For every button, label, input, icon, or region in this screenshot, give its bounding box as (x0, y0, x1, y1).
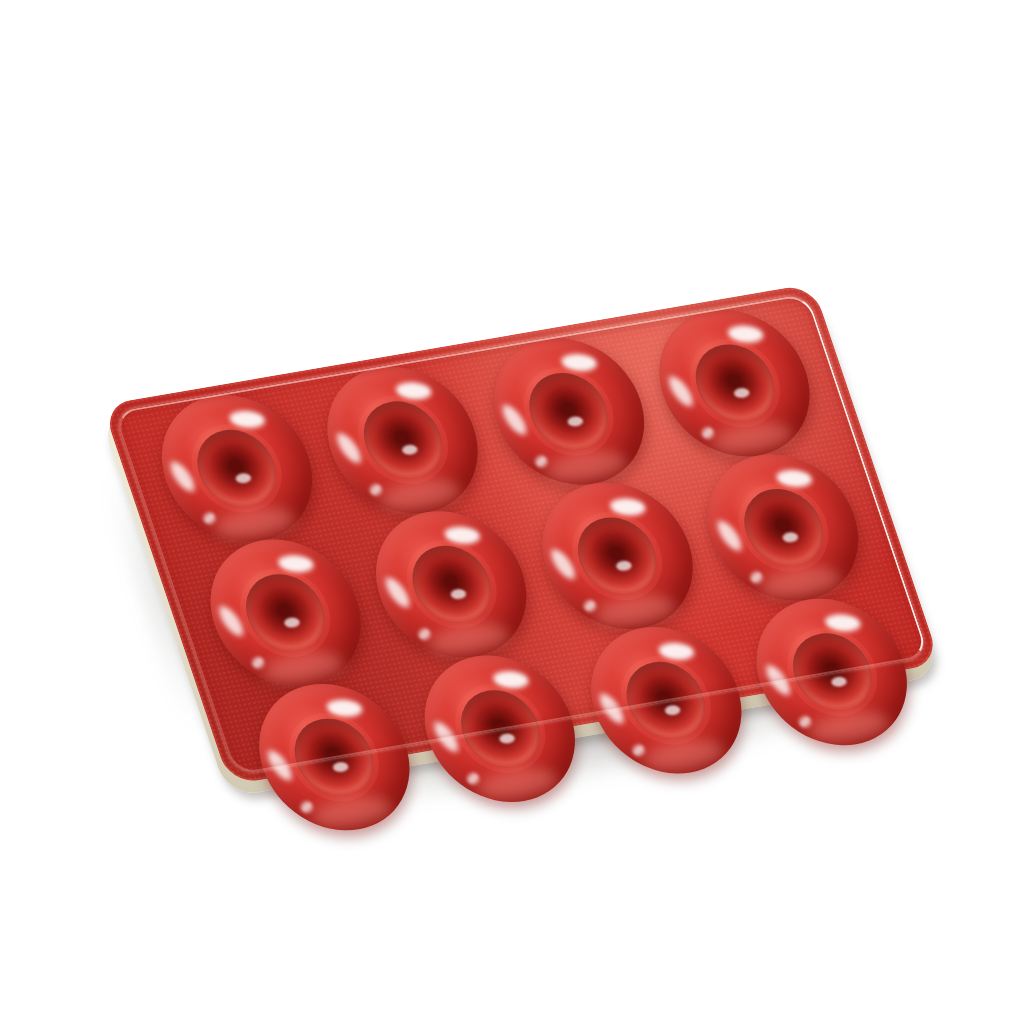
specular-highlight (609, 497, 646, 516)
hole-glint-highlight (732, 387, 750, 399)
hole-glint-highlight (566, 416, 584, 428)
specular-highlight (561, 353, 598, 372)
specular-highlight (762, 662, 795, 698)
specular-highlight (533, 454, 550, 470)
specular-highlight (395, 381, 432, 400)
hole-glint-highlight (615, 560, 633, 572)
hole-glint-highlight (498, 733, 516, 745)
specular-highlight (748, 570, 765, 586)
hole-glint-highlight (449, 589, 467, 601)
mold-crater (519, 368, 618, 456)
hole-glint-highlight (664, 705, 682, 717)
mold-grid (130, 297, 913, 764)
hole-glint-highlight (781, 532, 799, 544)
specular-highlight (699, 425, 716, 441)
specular-highlight (596, 690, 629, 726)
mold-dome (688, 443, 879, 612)
mold-crater (236, 569, 335, 657)
mold-crater (450, 685, 549, 773)
donut-pan (102, 283, 941, 785)
specular-highlight (326, 698, 363, 717)
hole-glint-highlight (830, 676, 848, 688)
specular-highlight (166, 458, 199, 494)
hole-glint-highlight (400, 444, 418, 456)
mold-crater (782, 628, 881, 716)
specular-highlight (796, 714, 813, 730)
specular-highlight (664, 373, 697, 409)
mold-dome (737, 588, 928, 757)
specular-highlight (492, 670, 529, 689)
specular-highlight (215, 603, 248, 639)
mold-crater (187, 424, 286, 512)
specular-highlight (201, 510, 218, 526)
specular-highlight (639, 734, 729, 776)
specular-highlight (367, 482, 384, 498)
mold-crater (353, 396, 452, 484)
specular-highlight (498, 401, 531, 437)
mold-dome (522, 472, 713, 641)
mold-dome (405, 644, 596, 813)
mold-crater (734, 484, 833, 572)
specular-highlight (298, 799, 315, 815)
specular-highlight (658, 642, 695, 661)
mold-crater (685, 339, 784, 427)
specular-highlight (727, 324, 764, 343)
mold-dome (239, 673, 430, 842)
specular-highlight (464, 771, 481, 787)
mold-dome (639, 299, 830, 468)
specular-highlight (775, 469, 812, 488)
mold-crater (284, 713, 383, 801)
hole-glint-highlight (332, 761, 350, 773)
mold-dome (473, 327, 664, 496)
specular-highlight (443, 526, 480, 545)
mold-crater (402, 540, 501, 628)
mold-dome (141, 384, 332, 553)
mold-dome (356, 500, 547, 669)
mold-dome (307, 356, 498, 525)
mold-crater (568, 512, 667, 600)
specular-highlight (277, 554, 314, 573)
specular-highlight (713, 517, 746, 553)
specular-highlight (264, 747, 297, 783)
specular-highlight (824, 613, 861, 632)
hole-glint-highlight (283, 617, 301, 629)
specular-highlight (630, 742, 647, 758)
specular-highlight (250, 655, 267, 671)
mold-dome (190, 528, 381, 697)
mold-dome (571, 616, 762, 785)
hole-glint-highlight (234, 473, 252, 485)
specular-highlight (430, 719, 463, 755)
specular-highlight (582, 598, 599, 614)
specular-highlight (473, 763, 563, 805)
specular-highlight (229, 410, 266, 429)
specular-highlight (307, 791, 397, 833)
pan-surface (102, 283, 941, 785)
photo-background (0, 0, 1024, 1024)
specular-highlight (547, 546, 580, 582)
specular-highlight (805, 706, 895, 748)
specular-highlight (381, 574, 414, 610)
specular-highlight (416, 626, 433, 642)
specular-highlight (332, 430, 365, 466)
mold-crater (616, 656, 715, 744)
